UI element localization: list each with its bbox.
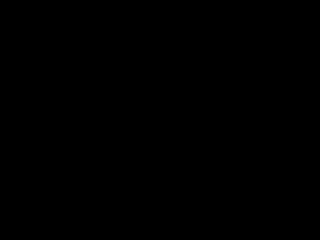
- board-grid: [66, 4, 253, 173]
- file-labels-bottom: [66, 174, 253, 177]
- chess-board[interactable]: [63, 1, 257, 177]
- video-frame: [0, 0, 320, 180]
- corner-marker-dot: [254, 2, 257, 5]
